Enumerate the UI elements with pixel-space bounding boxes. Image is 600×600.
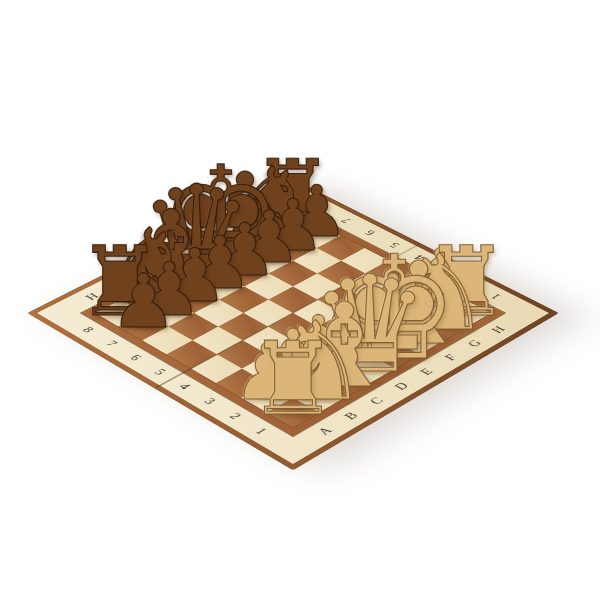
chess-board: AA11BB22CC33DD44EE55FF66GG77HH88	[27, 179, 559, 470]
chessboard-product-photo: AA11BB22CC33DD44EE55FF66GG77HH88 ♜♞♝♛♚♝♞…	[0, 0, 600, 600]
board-squares-grid	[95, 211, 491, 427]
